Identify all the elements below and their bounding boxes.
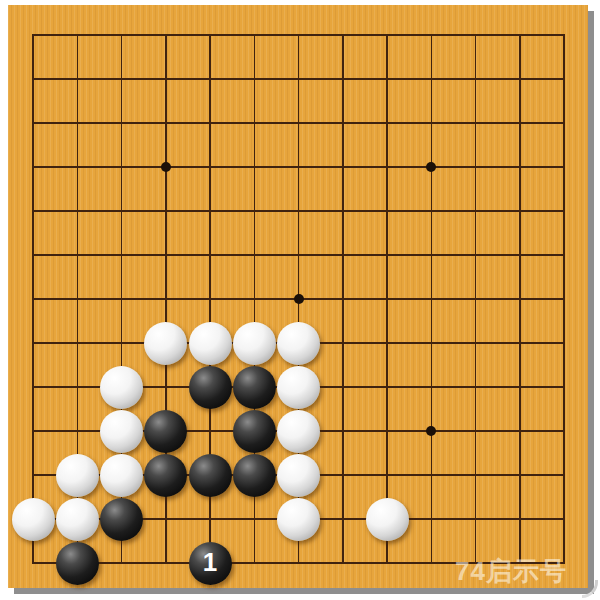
intersection-j3 bbox=[365, 453, 409, 497]
intersection-g4 bbox=[276, 409, 320, 453]
intersection-k2 bbox=[409, 497, 453, 541]
intersection-n8 bbox=[542, 233, 586, 277]
intersection-j7 bbox=[365, 277, 409, 321]
intersection-n2 bbox=[542, 497, 586, 541]
star-point bbox=[426, 162, 436, 172]
intersection-c13 bbox=[99, 13, 143, 57]
intersection-f4 bbox=[232, 409, 276, 453]
intersection-k12 bbox=[409, 57, 453, 101]
intersection-d13 bbox=[144, 13, 188, 57]
intersection-l11 bbox=[453, 101, 497, 145]
intersection-h10 bbox=[321, 145, 365, 189]
intersection-g13 bbox=[276, 13, 320, 57]
intersection-d6 bbox=[144, 321, 188, 365]
white-stone bbox=[189, 322, 232, 365]
intersection-e8 bbox=[188, 233, 232, 277]
black-stone: 1 bbox=[189, 542, 232, 585]
white-stone bbox=[277, 454, 320, 497]
intersection-e12 bbox=[188, 57, 232, 101]
intersection-a13 bbox=[11, 13, 55, 57]
intersection-m6 bbox=[498, 321, 542, 365]
intersection-f12 bbox=[232, 57, 276, 101]
intersection-b8 bbox=[55, 233, 99, 277]
intersection-c10 bbox=[99, 145, 143, 189]
intersection-d8 bbox=[144, 233, 188, 277]
intersection-e10 bbox=[188, 145, 232, 189]
intersection-h6 bbox=[321, 321, 365, 365]
intersection-c9 bbox=[99, 189, 143, 233]
intersection-b11 bbox=[55, 101, 99, 145]
intersection-d2 bbox=[144, 497, 188, 541]
black-stone bbox=[56, 542, 99, 585]
white-stone bbox=[100, 454, 143, 497]
intersection-d4 bbox=[144, 409, 188, 453]
intersection-f1 bbox=[232, 541, 276, 585]
intersection-j13 bbox=[365, 13, 409, 57]
intersection-m5 bbox=[498, 365, 542, 409]
intersection-h1 bbox=[321, 541, 365, 585]
intersection-n13 bbox=[542, 13, 586, 57]
intersection-b13 bbox=[55, 13, 99, 57]
intersection-j9 bbox=[365, 189, 409, 233]
intersection-j11 bbox=[365, 101, 409, 145]
black-stone bbox=[233, 454, 276, 497]
intersection-k13 bbox=[409, 13, 453, 57]
intersection-a4 bbox=[11, 409, 55, 453]
white-stone bbox=[100, 410, 143, 453]
intersection-n3 bbox=[542, 453, 586, 497]
intersection-a5 bbox=[11, 365, 55, 409]
intersection-l6 bbox=[453, 321, 497, 365]
intersection-m13 bbox=[498, 13, 542, 57]
intersection-g9 bbox=[276, 189, 320, 233]
intersection-l2 bbox=[453, 497, 497, 541]
intersection-k10 bbox=[409, 145, 453, 189]
intersection-d5 bbox=[144, 365, 188, 409]
intersection-k7 bbox=[409, 277, 453, 321]
white-stone bbox=[233, 322, 276, 365]
intersection-f6 bbox=[232, 321, 276, 365]
intersection-b1 bbox=[55, 541, 99, 585]
intersection-f8 bbox=[232, 233, 276, 277]
intersection-c2 bbox=[99, 497, 143, 541]
intersection-d10 bbox=[144, 145, 188, 189]
intersection-j4 bbox=[365, 409, 409, 453]
intersection-n6 bbox=[542, 321, 586, 365]
page: 1 74启示号 bbox=[0, 0, 600, 600]
intersection-c3 bbox=[99, 453, 143, 497]
intersection-f13 bbox=[232, 13, 276, 57]
intersection-j6 bbox=[365, 321, 409, 365]
black-stone bbox=[189, 366, 232, 409]
intersection-f9 bbox=[232, 189, 276, 233]
intersection-h5 bbox=[321, 365, 365, 409]
star-point bbox=[426, 426, 436, 436]
intersection-e2 bbox=[188, 497, 232, 541]
intersection-f10 bbox=[232, 145, 276, 189]
intersection-d9 bbox=[144, 189, 188, 233]
intersection-h9 bbox=[321, 189, 365, 233]
intersection-l5 bbox=[453, 365, 497, 409]
intersection-j12 bbox=[365, 57, 409, 101]
intersection-e11 bbox=[188, 101, 232, 145]
intersection-k9 bbox=[409, 189, 453, 233]
go-board: 1 bbox=[8, 5, 588, 588]
intersection-b12 bbox=[55, 57, 99, 101]
black-stone bbox=[233, 366, 276, 409]
black-stone bbox=[144, 454, 187, 497]
intersection-b10 bbox=[55, 145, 99, 189]
intersection-c7 bbox=[99, 277, 143, 321]
intersection-g5 bbox=[276, 365, 320, 409]
black-stone bbox=[144, 410, 187, 453]
intersection-l12 bbox=[453, 57, 497, 101]
intersection-m7 bbox=[498, 277, 542, 321]
intersection-b7 bbox=[55, 277, 99, 321]
intersection-a8 bbox=[11, 233, 55, 277]
intersection-n4 bbox=[542, 409, 586, 453]
intersection-g11 bbox=[276, 101, 320, 145]
intersection-g6 bbox=[276, 321, 320, 365]
intersection-g7 bbox=[276, 277, 320, 321]
intersection-f2 bbox=[232, 497, 276, 541]
intersection-j2 bbox=[365, 497, 409, 541]
intersection-h4 bbox=[321, 409, 365, 453]
intersection-m10 bbox=[498, 145, 542, 189]
white-stone bbox=[277, 410, 320, 453]
intersection-b9 bbox=[55, 189, 99, 233]
white-stone bbox=[12, 498, 55, 541]
intersection-m4 bbox=[498, 409, 542, 453]
intersection-c12 bbox=[99, 57, 143, 101]
intersection-c5 bbox=[99, 365, 143, 409]
intersection-m3 bbox=[498, 453, 542, 497]
intersection-l7 bbox=[453, 277, 497, 321]
page-curl-decoration bbox=[582, 580, 598, 598]
intersection-f11 bbox=[232, 101, 276, 145]
white-stone bbox=[277, 366, 320, 409]
intersection-k1 bbox=[409, 541, 453, 585]
intersection-j5 bbox=[365, 365, 409, 409]
star-point bbox=[161, 162, 171, 172]
intersection-f7 bbox=[232, 277, 276, 321]
white-stone bbox=[56, 498, 99, 541]
white-stone bbox=[100, 366, 143, 409]
intersection-m11 bbox=[498, 101, 542, 145]
white-stone bbox=[366, 498, 409, 541]
intersection-a3 bbox=[11, 453, 55, 497]
intersection-h12 bbox=[321, 57, 365, 101]
intersection-m2 bbox=[498, 497, 542, 541]
star-point bbox=[294, 294, 304, 304]
intersection-e13 bbox=[188, 13, 232, 57]
intersection-d3 bbox=[144, 453, 188, 497]
intersection-n10 bbox=[542, 145, 586, 189]
intersection-h3 bbox=[321, 453, 365, 497]
intersection-d7 bbox=[144, 277, 188, 321]
intersection-k8 bbox=[409, 233, 453, 277]
intersection-g3 bbox=[276, 453, 320, 497]
intersection-a6 bbox=[11, 321, 55, 365]
intersection-c11 bbox=[99, 101, 143, 145]
intersection-b6 bbox=[55, 321, 99, 365]
board-grid: 1 bbox=[11, 13, 586, 585]
intersection-g12 bbox=[276, 57, 320, 101]
intersection-h13 bbox=[321, 13, 365, 57]
intersection-l3 bbox=[453, 453, 497, 497]
intersection-b3 bbox=[55, 453, 99, 497]
intersection-n7 bbox=[542, 277, 586, 321]
intersection-b2 bbox=[55, 497, 99, 541]
black-stone bbox=[189, 454, 232, 497]
intersection-l4 bbox=[453, 409, 497, 453]
white-stone bbox=[277, 498, 320, 541]
intersection-b4 bbox=[55, 409, 99, 453]
intersection-j8 bbox=[365, 233, 409, 277]
intersection-c1 bbox=[99, 541, 143, 585]
intersection-b5 bbox=[55, 365, 99, 409]
intersection-c6 bbox=[99, 321, 143, 365]
intersection-k5 bbox=[409, 365, 453, 409]
intersection-g10 bbox=[276, 145, 320, 189]
intersection-e3 bbox=[188, 453, 232, 497]
intersection-d12 bbox=[144, 57, 188, 101]
intersection-e4 bbox=[188, 409, 232, 453]
white-stone bbox=[56, 454, 99, 497]
intersection-n11 bbox=[542, 101, 586, 145]
intersection-d1 bbox=[144, 541, 188, 585]
black-stone bbox=[100, 498, 143, 541]
intersection-g8 bbox=[276, 233, 320, 277]
intersection-a9 bbox=[11, 189, 55, 233]
intersection-e1: 1 bbox=[188, 541, 232, 585]
intersection-a12 bbox=[11, 57, 55, 101]
black-stone bbox=[233, 410, 276, 453]
intersection-k3 bbox=[409, 453, 453, 497]
intersection-l9 bbox=[453, 189, 497, 233]
intersection-k6 bbox=[409, 321, 453, 365]
intersection-k4 bbox=[409, 409, 453, 453]
intersection-l13 bbox=[453, 13, 497, 57]
intersection-a7 bbox=[11, 277, 55, 321]
intersection-e5 bbox=[188, 365, 232, 409]
intersection-m9 bbox=[498, 189, 542, 233]
white-stone bbox=[277, 322, 320, 365]
intersection-m12 bbox=[498, 57, 542, 101]
intersection-n5 bbox=[542, 365, 586, 409]
intersection-c4 bbox=[99, 409, 143, 453]
intersection-g1 bbox=[276, 541, 320, 585]
intersection-e6 bbox=[188, 321, 232, 365]
intersection-h7 bbox=[321, 277, 365, 321]
intersection-f5 bbox=[232, 365, 276, 409]
intersection-a1 bbox=[11, 541, 55, 585]
intersection-c8 bbox=[99, 233, 143, 277]
intersection-d11 bbox=[144, 101, 188, 145]
intersection-f3 bbox=[232, 453, 276, 497]
intersection-g2 bbox=[276, 497, 320, 541]
intersection-a10 bbox=[11, 145, 55, 189]
intersection-e7 bbox=[188, 277, 232, 321]
intersection-l8 bbox=[453, 233, 497, 277]
intersection-k11 bbox=[409, 101, 453, 145]
intersection-h2 bbox=[321, 497, 365, 541]
intersection-e9 bbox=[188, 189, 232, 233]
intersection-l10 bbox=[453, 145, 497, 189]
move-number-label: 1 bbox=[203, 549, 217, 575]
white-stone bbox=[144, 322, 187, 365]
intersection-a11 bbox=[11, 101, 55, 145]
intersection-m8 bbox=[498, 233, 542, 277]
intersection-h11 bbox=[321, 101, 365, 145]
intersection-n12 bbox=[542, 57, 586, 101]
intersection-a2 bbox=[11, 497, 55, 541]
intersection-j10 bbox=[365, 145, 409, 189]
intersection-n9 bbox=[542, 189, 586, 233]
watermark: 74启示号 bbox=[455, 554, 595, 589]
intersection-j1 bbox=[365, 541, 409, 585]
intersection-h8 bbox=[321, 233, 365, 277]
